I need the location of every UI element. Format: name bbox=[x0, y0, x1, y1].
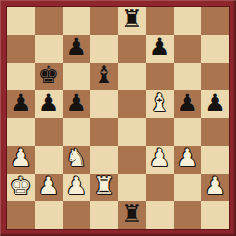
square-a8[interactable] bbox=[7, 7, 35, 35]
black-rook[interactable]: ♜ bbox=[121, 7, 143, 33]
black-pawn[interactable]: ♟ bbox=[66, 90, 88, 116]
square-c6[interactable] bbox=[63, 63, 91, 91]
square-h3[interactable] bbox=[201, 146, 229, 174]
square-e8[interactable]: ♜ bbox=[118, 7, 146, 35]
square-a6[interactable] bbox=[7, 63, 35, 91]
square-f3[interactable]: ♟ bbox=[146, 146, 174, 174]
square-g7[interactable] bbox=[174, 35, 202, 63]
square-b2[interactable]: ♟ bbox=[35, 174, 63, 202]
board-frame: ♜♟♟♚♝♟♟♟♝♟♟♟♞♟♟♚♟♟♜♟♜ bbox=[0, 0, 236, 236]
square-h6[interactable] bbox=[201, 63, 229, 91]
square-c8[interactable] bbox=[63, 7, 91, 35]
square-d5[interactable] bbox=[90, 90, 118, 118]
square-c4[interactable] bbox=[63, 118, 91, 146]
square-c2[interactable]: ♟ bbox=[63, 174, 91, 202]
black-king[interactable]: ♚ bbox=[38, 63, 60, 89]
square-d6[interactable]: ♝ bbox=[90, 63, 118, 91]
black-pawn[interactable]: ♟ bbox=[204, 90, 226, 116]
white-pawn[interactable]: ♟ bbox=[177, 146, 199, 172]
square-e3[interactable] bbox=[118, 146, 146, 174]
square-h8[interactable] bbox=[201, 7, 229, 35]
square-b8[interactable] bbox=[35, 7, 63, 35]
black-rook[interactable]: ♜ bbox=[121, 201, 143, 227]
square-a3[interactable]: ♟ bbox=[7, 146, 35, 174]
square-g8[interactable] bbox=[174, 7, 202, 35]
square-c5[interactable]: ♟ bbox=[63, 90, 91, 118]
white-pawn[interactable]: ♟ bbox=[149, 146, 171, 172]
square-h2[interactable]: ♟ bbox=[201, 174, 229, 202]
square-b5[interactable]: ♟ bbox=[35, 90, 63, 118]
square-a4[interactable] bbox=[7, 118, 35, 146]
black-pawn[interactable]: ♟ bbox=[38, 90, 60, 116]
square-d8[interactable] bbox=[90, 7, 118, 35]
square-b3[interactable] bbox=[35, 146, 63, 174]
black-pawn[interactable]: ♟ bbox=[10, 90, 32, 116]
black-pawn[interactable]: ♟ bbox=[149, 35, 171, 61]
white-pawn[interactable]: ♟ bbox=[66, 174, 88, 200]
square-f7[interactable]: ♟ bbox=[146, 35, 174, 63]
square-d2[interactable]: ♜ bbox=[90, 174, 118, 202]
white-king[interactable]: ♚ bbox=[10, 174, 32, 200]
square-d7[interactable] bbox=[90, 35, 118, 63]
square-b7[interactable] bbox=[35, 35, 63, 63]
black-pawn[interactable]: ♟ bbox=[177, 90, 199, 116]
square-g6[interactable] bbox=[174, 63, 202, 91]
square-g4[interactable] bbox=[174, 118, 202, 146]
square-a5[interactable]: ♟ bbox=[7, 90, 35, 118]
square-h1[interactable] bbox=[201, 201, 229, 229]
square-d3[interactable] bbox=[90, 146, 118, 174]
square-f4[interactable] bbox=[146, 118, 174, 146]
white-pawn[interactable]: ♟ bbox=[10, 146, 32, 172]
square-h4[interactable] bbox=[201, 118, 229, 146]
white-rook[interactable]: ♜ bbox=[93, 174, 115, 200]
square-h5[interactable]: ♟ bbox=[201, 90, 229, 118]
square-b4[interactable] bbox=[35, 118, 63, 146]
square-b1[interactable] bbox=[35, 201, 63, 229]
black-bishop[interactable]: ♝ bbox=[93, 63, 115, 89]
square-f8[interactable] bbox=[146, 7, 174, 35]
square-g1[interactable] bbox=[174, 201, 202, 229]
square-b6[interactable]: ♚ bbox=[35, 63, 63, 91]
square-e1[interactable]: ♜ bbox=[118, 201, 146, 229]
square-a1[interactable] bbox=[7, 201, 35, 229]
white-knight[interactable]: ♞ bbox=[66, 146, 88, 172]
square-g3[interactable]: ♟ bbox=[174, 146, 202, 174]
square-e2[interactable] bbox=[118, 174, 146, 202]
square-e7[interactable] bbox=[118, 35, 146, 63]
square-e6[interactable] bbox=[118, 63, 146, 91]
square-f1[interactable] bbox=[146, 201, 174, 229]
white-pawn[interactable]: ♟ bbox=[204, 174, 226, 200]
black-pawn[interactable]: ♟ bbox=[66, 35, 88, 61]
square-d4[interactable] bbox=[90, 118, 118, 146]
square-g2[interactable] bbox=[174, 174, 202, 202]
square-f5[interactable]: ♝ bbox=[146, 90, 174, 118]
square-e4[interactable] bbox=[118, 118, 146, 146]
square-c3[interactable]: ♞ bbox=[63, 146, 91, 174]
square-c7[interactable]: ♟ bbox=[63, 35, 91, 63]
white-pawn[interactable]: ♟ bbox=[38, 174, 60, 200]
square-a2[interactable]: ♚ bbox=[7, 174, 35, 202]
square-f2[interactable] bbox=[146, 174, 174, 202]
white-bishop[interactable]: ♝ bbox=[149, 90, 171, 116]
chess-board: ♜♟♟♚♝♟♟♟♝♟♟♟♞♟♟♚♟♟♜♟♜ bbox=[7, 7, 229, 229]
square-a7[interactable] bbox=[7, 35, 35, 63]
square-c1[interactable] bbox=[63, 201, 91, 229]
square-d1[interactable] bbox=[90, 201, 118, 229]
square-g5[interactable]: ♟ bbox=[174, 90, 202, 118]
square-f6[interactable] bbox=[146, 63, 174, 91]
square-e5[interactable] bbox=[118, 90, 146, 118]
square-h7[interactable] bbox=[201, 35, 229, 63]
